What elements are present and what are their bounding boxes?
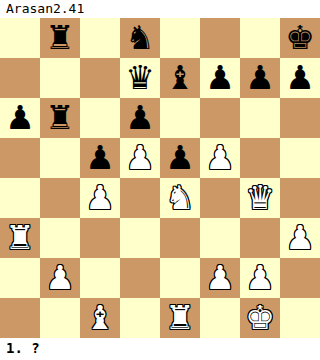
white-pawn[interactable]: ♟ (45, 258, 75, 298)
black-pawn[interactable]: ♟ (125, 98, 155, 138)
square-h5[interactable] (280, 138, 320, 178)
move-prompt: 1. ? (0, 338, 320, 360)
window-title: Arasan2.41 (0, 0, 320, 18)
square-f2[interactable]: ♟ (200, 258, 240, 298)
square-d7[interactable]: ♛ (120, 58, 160, 98)
square-a8[interactable] (0, 18, 40, 58)
square-b1[interactable] (40, 298, 80, 338)
black-pawn[interactable]: ♟ (205, 58, 235, 98)
square-d3[interactable] (120, 218, 160, 258)
square-h6[interactable] (280, 98, 320, 138)
white-pawn[interactable]: ♟ (125, 138, 155, 178)
white-pawn[interactable]: ♟ (245, 258, 275, 298)
square-b7[interactable] (40, 58, 80, 98)
square-g6[interactable] (240, 98, 280, 138)
square-d4[interactable] (120, 178, 160, 218)
square-c7[interactable] (80, 58, 120, 98)
square-f5[interactable]: ♟ (200, 138, 240, 178)
white-rook[interactable]: ♜ (165, 298, 195, 338)
square-g1[interactable]: ♚ (240, 298, 280, 338)
square-e7[interactable]: ♝ (160, 58, 200, 98)
square-c2[interactable] (80, 258, 120, 298)
black-pawn[interactable]: ♟ (165, 138, 195, 178)
black-rook[interactable]: ♜ (45, 18, 75, 58)
square-d6[interactable]: ♟ (120, 98, 160, 138)
square-a5[interactable] (0, 138, 40, 178)
square-e4[interactable]: ♞ (160, 178, 200, 218)
square-f6[interactable] (200, 98, 240, 138)
square-d1[interactable] (120, 298, 160, 338)
square-h2[interactable] (280, 258, 320, 298)
white-pawn[interactable]: ♟ (205, 138, 235, 178)
square-a7[interactable] (0, 58, 40, 98)
square-e8[interactable] (160, 18, 200, 58)
white-king[interactable]: ♚ (245, 298, 275, 338)
square-b2[interactable]: ♟ (40, 258, 80, 298)
white-knight[interactable]: ♞ (165, 178, 195, 218)
square-f4[interactable] (200, 178, 240, 218)
square-b5[interactable] (40, 138, 80, 178)
square-h7[interactable]: ♟ (280, 58, 320, 98)
white-rook[interactable]: ♜ (5, 218, 35, 258)
square-b4[interactable] (40, 178, 80, 218)
square-b6[interactable]: ♜ (40, 98, 80, 138)
square-b8[interactable]: ♜ (40, 18, 80, 58)
white-pawn[interactable]: ♟ (285, 218, 315, 258)
square-e5[interactable]: ♟ (160, 138, 200, 178)
square-b3[interactable] (40, 218, 80, 258)
square-c8[interactable] (80, 18, 120, 58)
square-e2[interactable] (160, 258, 200, 298)
white-pawn[interactable]: ♟ (205, 258, 235, 298)
black-rook[interactable]: ♜ (45, 98, 75, 138)
square-c1[interactable]: ♝ (80, 298, 120, 338)
square-d2[interactable] (120, 258, 160, 298)
white-bishop[interactable]: ♝ (85, 298, 115, 338)
square-c3[interactable] (80, 218, 120, 258)
square-a2[interactable] (0, 258, 40, 298)
square-h4[interactable] (280, 178, 320, 218)
square-g8[interactable] (240, 18, 280, 58)
square-g2[interactable]: ♟ (240, 258, 280, 298)
square-e3[interactable] (160, 218, 200, 258)
square-d8[interactable]: ♞ (120, 18, 160, 58)
chess-board: ♜♞♚♛♝♟♟♟♟♜♟♟♟♟♟♟♞♛♜♟♟♟♟♝♜♚ (0, 18, 320, 338)
square-g7[interactable]: ♟ (240, 58, 280, 98)
square-g4[interactable]: ♛ (240, 178, 280, 218)
square-a6[interactable]: ♟ (0, 98, 40, 138)
square-c4[interactable]: ♟ (80, 178, 120, 218)
square-f8[interactable] (200, 18, 240, 58)
square-g3[interactable] (240, 218, 280, 258)
black-queen[interactable]: ♛ (125, 58, 155, 98)
black-pawn[interactable]: ♟ (245, 58, 275, 98)
black-bishop[interactable]: ♝ (165, 58, 195, 98)
black-pawn[interactable]: ♟ (85, 138, 115, 178)
arasan-window: Arasan2.41 ♜♞♚♛♝♟♟♟♟♜♟♟♟♟♟♟♞♛♜♟♟♟♟♝♜♚ 1.… (0, 0, 320, 360)
square-h1[interactable] (280, 298, 320, 338)
black-pawn[interactable]: ♟ (285, 58, 315, 98)
white-pawn[interactable]: ♟ (85, 178, 115, 218)
square-a1[interactable] (0, 298, 40, 338)
black-knight[interactable]: ♞ (125, 18, 155, 58)
square-d5[interactable]: ♟ (120, 138, 160, 178)
white-queen[interactable]: ♛ (245, 178, 275, 218)
square-e6[interactable] (160, 98, 200, 138)
square-f3[interactable] (200, 218, 240, 258)
square-h3[interactable]: ♟ (280, 218, 320, 258)
square-g5[interactable] (240, 138, 280, 178)
black-king[interactable]: ♚ (285, 18, 315, 58)
square-f1[interactable] (200, 298, 240, 338)
square-c6[interactable] (80, 98, 120, 138)
black-pawn[interactable]: ♟ (5, 98, 35, 138)
square-h8[interactable]: ♚ (280, 18, 320, 58)
square-e1[interactable]: ♜ (160, 298, 200, 338)
square-a3[interactable]: ♜ (0, 218, 40, 258)
square-a4[interactable] (0, 178, 40, 218)
square-f7[interactable]: ♟ (200, 58, 240, 98)
square-c5[interactable]: ♟ (80, 138, 120, 178)
